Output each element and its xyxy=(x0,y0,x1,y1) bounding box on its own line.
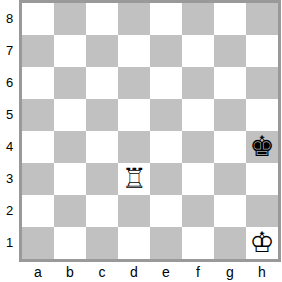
square-c2[interactable] xyxy=(86,195,118,227)
rank-label-4: 4 xyxy=(0,131,19,163)
square-h5[interactable] xyxy=(246,99,278,131)
square-c1[interactable] xyxy=(86,227,118,259)
square-h3[interactable] xyxy=(246,163,278,195)
square-f5[interactable] xyxy=(182,99,214,131)
square-e3[interactable] xyxy=(150,163,182,195)
square-f7[interactable] xyxy=(182,35,214,67)
square-d4[interactable] xyxy=(118,131,150,163)
square-e5[interactable] xyxy=(150,99,182,131)
square-f3[interactable] xyxy=(182,163,214,195)
file-labels: abcdefgh xyxy=(22,263,278,282)
file-label-h: h xyxy=(246,263,278,281)
square-b3[interactable] xyxy=(54,163,86,195)
rank-label-7: 7 xyxy=(0,35,19,67)
rank-label-3: 3 xyxy=(0,163,19,195)
square-g8[interactable] xyxy=(214,3,246,35)
square-g5[interactable] xyxy=(214,99,246,131)
square-a7[interactable] xyxy=(22,35,54,67)
square-c5[interactable] xyxy=(86,99,118,131)
square-f6[interactable] xyxy=(182,67,214,99)
square-c6[interactable] xyxy=(86,67,118,99)
square-f2[interactable] xyxy=(182,195,214,227)
square-a4[interactable] xyxy=(22,131,54,163)
square-a1[interactable] xyxy=(22,227,54,259)
file-label-e: e xyxy=(150,263,182,281)
rank-label-8: 8 xyxy=(0,3,19,35)
square-b7[interactable] xyxy=(54,35,86,67)
file-label-a: a xyxy=(22,263,54,281)
square-e7[interactable] xyxy=(150,35,182,67)
black-king: ♚ xyxy=(249,131,274,163)
rank-label-5: 5 xyxy=(0,99,19,131)
square-f1[interactable] xyxy=(182,227,214,259)
square-d3[interactable]: ♖ xyxy=(118,163,150,195)
square-g1[interactable] xyxy=(214,227,246,259)
square-h1[interactable]: ♔ xyxy=(246,227,278,259)
square-a8[interactable] xyxy=(22,3,54,35)
square-c4[interactable] xyxy=(86,131,118,163)
square-g4[interactable] xyxy=(214,131,246,163)
white-rook: ♖ xyxy=(121,163,146,195)
rank-label-6: 6 xyxy=(0,67,19,99)
square-d5[interactable] xyxy=(118,99,150,131)
square-e4[interactable] xyxy=(150,131,182,163)
white-king: ♔ xyxy=(249,227,274,259)
square-f8[interactable] xyxy=(182,3,214,35)
square-a3[interactable] xyxy=(22,163,54,195)
rank-label-2: 2 xyxy=(0,195,19,227)
square-g2[interactable] xyxy=(214,195,246,227)
square-b5[interactable] xyxy=(54,99,86,131)
square-h8[interactable] xyxy=(246,3,278,35)
square-a6[interactable] xyxy=(22,67,54,99)
square-g6[interactable] xyxy=(214,67,246,99)
square-h6[interactable] xyxy=(246,67,278,99)
square-b8[interactable] xyxy=(54,3,86,35)
square-b2[interactable] xyxy=(54,195,86,227)
square-d6[interactable] xyxy=(118,67,150,99)
square-c3[interactable] xyxy=(86,163,118,195)
square-b1[interactable] xyxy=(54,227,86,259)
file-label-g: g xyxy=(214,263,246,281)
rank-label-1: 1 xyxy=(0,227,19,259)
square-a2[interactable] xyxy=(22,195,54,227)
file-label-c: c xyxy=(86,263,118,281)
square-d7[interactable] xyxy=(118,35,150,67)
square-e1[interactable] xyxy=(150,227,182,259)
square-h2[interactable] xyxy=(246,195,278,227)
square-e2[interactable] xyxy=(150,195,182,227)
square-e8[interactable] xyxy=(150,3,182,35)
square-h7[interactable] xyxy=(246,35,278,67)
square-c8[interactable] xyxy=(86,3,118,35)
rank-labels: 87654321 xyxy=(0,0,19,262)
square-b6[interactable] xyxy=(54,67,86,99)
square-d2[interactable] xyxy=(118,195,150,227)
square-e6[interactable] xyxy=(150,67,182,99)
square-a5[interactable] xyxy=(22,99,54,131)
square-g3[interactable] xyxy=(214,163,246,195)
square-h4[interactable]: ♚ xyxy=(246,131,278,163)
chess-board: ♚♖♔ xyxy=(19,0,281,262)
file-label-d: d xyxy=(118,263,150,281)
square-d8[interactable] xyxy=(118,3,150,35)
square-d1[interactable] xyxy=(118,227,150,259)
square-b4[interactable] xyxy=(54,131,86,163)
chess-diagram: 87654321 ♚♖♔ abcdefgh xyxy=(0,0,282,282)
file-label-b: b xyxy=(54,263,86,281)
file-label-f: f xyxy=(182,263,214,281)
square-g7[interactable] xyxy=(214,35,246,67)
square-f4[interactable] xyxy=(182,131,214,163)
square-c7[interactable] xyxy=(86,35,118,67)
